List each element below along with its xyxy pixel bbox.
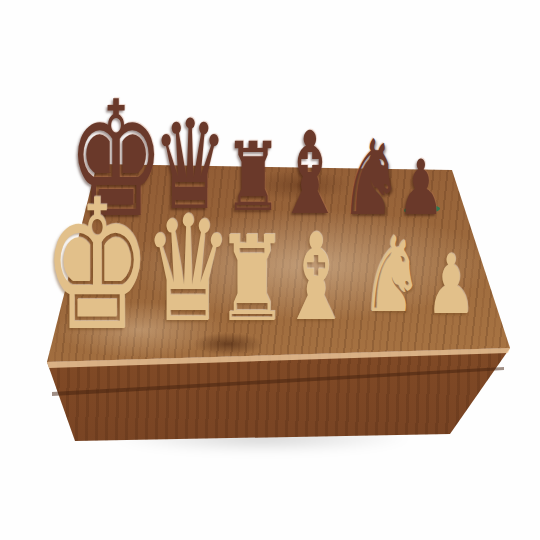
light-knight-piece: ♞	[360, 223, 423, 327]
light-pawn-piece: ♟	[426, 244, 476, 326]
light-bishop-piece: ♝	[279, 218, 352, 338]
chess-set-photo: ♚ ♛ ♜ ♝ ♞ ♟ ♚ ♛ ♜ ♝ ♞ ♟	[0, 0, 540, 540]
light-king-piece: ♚	[42, 176, 152, 356]
light-rook-piece: ♜	[216, 220, 288, 338]
